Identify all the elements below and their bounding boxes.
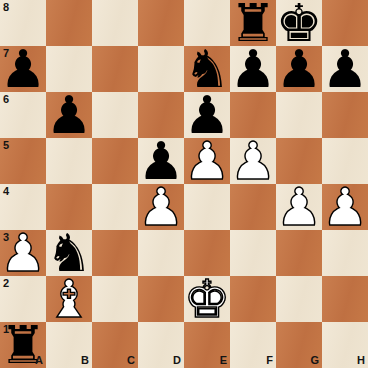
square-f5[interactable]: ♟ — [230, 138, 276, 184]
square-f2[interactable] — [230, 276, 276, 322]
square-g2[interactable] — [276, 276, 322, 322]
white-pawn-g4[interactable]: ♟ — [276, 181, 323, 233]
rank-label-2: 2 — [3, 278, 9, 289]
square-b6[interactable]: ♟ — [46, 92, 92, 138]
square-g7[interactable]: ♟ — [276, 46, 322, 92]
square-c5[interactable] — [92, 138, 138, 184]
rank-label-3: 3 — [3, 232, 9, 243]
file-label-g: G — [310, 355, 319, 366]
square-e1[interactable]: E — [184, 322, 230, 368]
square-d7[interactable] — [138, 46, 184, 92]
square-g1[interactable]: G — [276, 322, 322, 368]
white-pawn-f5[interactable]: ♟ — [230, 135, 277, 187]
rank-label-1: 1 — [3, 324, 9, 335]
file-label-f: F — [266, 355, 273, 366]
square-c1[interactable]: C — [92, 322, 138, 368]
square-b1[interactable]: B — [46, 322, 92, 368]
square-e2[interactable]: ♚ — [184, 276, 230, 322]
square-h3[interactable] — [322, 230, 368, 276]
square-b8[interactable] — [46, 0, 92, 46]
black-pawn-h7[interactable]: ♟ — [322, 43, 368, 95]
white-pawn-d4[interactable]: ♟ — [138, 181, 185, 233]
square-d2[interactable] — [138, 276, 184, 322]
square-a5[interactable]: 5 — [0, 138, 46, 184]
square-c7[interactable] — [92, 46, 138, 92]
square-d4[interactable]: ♟ — [138, 184, 184, 230]
square-a7[interactable]: 7♟ — [0, 46, 46, 92]
black-pawn-f7[interactable]: ♟ — [230, 43, 277, 95]
square-g6[interactable] — [276, 92, 322, 138]
white-pawn-e5[interactable]: ♟ — [184, 135, 231, 187]
black-pawn-g7[interactable]: ♟ — [276, 43, 323, 95]
square-c3[interactable] — [92, 230, 138, 276]
rank-label-8: 8 — [3, 2, 9, 13]
square-f3[interactable] — [230, 230, 276, 276]
square-f1[interactable]: F — [230, 322, 276, 368]
rank-label-4: 4 — [3, 186, 9, 197]
square-a1[interactable]: 1A♜ — [0, 322, 46, 368]
square-b5[interactable] — [46, 138, 92, 184]
square-b2[interactable]: ♝ — [46, 276, 92, 322]
square-g4[interactable]: ♟ — [276, 184, 322, 230]
square-c8[interactable] — [92, 0, 138, 46]
square-a6[interactable]: 6 — [0, 92, 46, 138]
file-label-e: E — [220, 355, 227, 366]
square-h2[interactable] — [322, 276, 368, 322]
square-c2[interactable] — [92, 276, 138, 322]
square-d3[interactable] — [138, 230, 184, 276]
square-c4[interactable] — [92, 184, 138, 230]
square-g3[interactable] — [276, 230, 322, 276]
square-a3[interactable]: 3♟ — [0, 230, 46, 276]
chess-board: 8♜♚7♟♞♟♟♟6♟♟5♟♟♟4♟♟♟3♟♞2♝♚1A♜BCDEFGH — [0, 0, 368, 368]
square-e4[interactable] — [184, 184, 230, 230]
square-h6[interactable] — [322, 92, 368, 138]
square-d8[interactable] — [138, 0, 184, 46]
file-label-b: B — [81, 355, 89, 366]
rank-label-5: 5 — [3, 140, 9, 151]
square-c6[interactable] — [92, 92, 138, 138]
square-h7[interactable]: ♟ — [322, 46, 368, 92]
square-f7[interactable]: ♟ — [230, 46, 276, 92]
file-label-h: H — [357, 355, 365, 366]
square-h1[interactable]: H — [322, 322, 368, 368]
file-label-d: D — [173, 355, 181, 366]
square-h4[interactable]: ♟ — [322, 184, 368, 230]
black-pawn-b6[interactable]: ♟ — [46, 89, 93, 141]
white-bishop-b2[interactable]: ♝ — [46, 273, 93, 325]
file-label-a: A — [35, 355, 43, 366]
rank-label-6: 6 — [3, 94, 9, 105]
square-d1[interactable]: D — [138, 322, 184, 368]
square-e5[interactable]: ♟ — [184, 138, 230, 184]
square-f4[interactable] — [230, 184, 276, 230]
file-label-c: C — [127, 355, 135, 366]
white-pawn-h4[interactable]: ♟ — [322, 181, 368, 233]
rank-label-7: 7 — [3, 48, 9, 59]
white-king-e2[interactable]: ♚ — [184, 273, 231, 325]
